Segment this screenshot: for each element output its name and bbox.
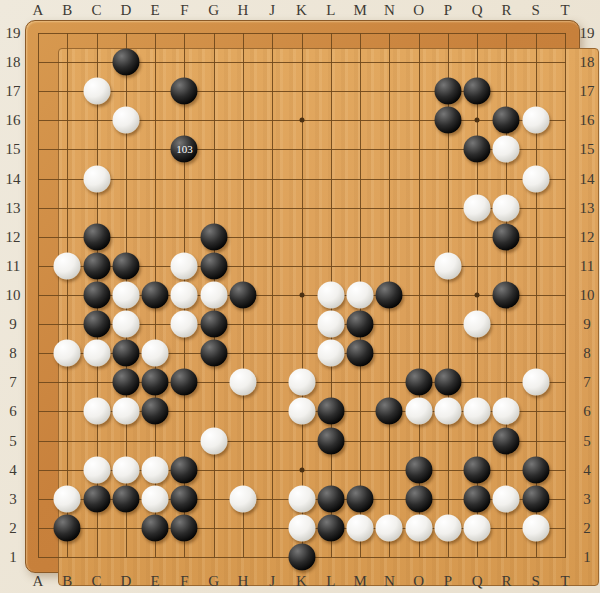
- white-stone-E8: [142, 340, 169, 367]
- white-stone-K3: [288, 485, 315, 512]
- column-label-top-J: J: [269, 2, 275, 19]
- board-layer: 103AABBCCDDEEFFGGHHJJKKLLMMNNOOPPQQRRSST…: [0, 0, 600, 593]
- black-stone-F17: [171, 78, 198, 105]
- white-stone-L8: [317, 340, 344, 367]
- column-label-top-K: K: [296, 2, 307, 19]
- white-stone-R6: [493, 398, 520, 425]
- black-stone-C3: [83, 485, 110, 512]
- black-stone-B2: [54, 514, 81, 541]
- row-label-left-1: 1: [9, 549, 17, 566]
- black-stone-R16: [493, 107, 520, 134]
- column-label-bottom-T: T: [560, 573, 569, 590]
- column-label-top-C: C: [92, 2, 102, 19]
- black-stone-G8: [200, 340, 227, 367]
- black-stone-R10: [493, 282, 520, 309]
- white-stone-L10: [317, 282, 344, 309]
- white-stone-D10: [112, 282, 139, 309]
- column-label-bottom-E: E: [151, 573, 160, 590]
- row-label-left-13: 13: [6, 199, 21, 216]
- white-stone-S7: [522, 369, 549, 396]
- column-label-top-F: F: [180, 2, 188, 19]
- black-stone-P17: [434, 78, 461, 105]
- column-label-top-N: N: [384, 2, 395, 19]
- white-stone-O2: [405, 514, 432, 541]
- column-label-top-T: T: [560, 2, 569, 19]
- white-stone-R3: [493, 485, 520, 512]
- black-stone-L3: [317, 485, 344, 512]
- black-stone-D11: [112, 252, 139, 279]
- row-label-left-6: 6: [9, 403, 17, 420]
- black-stone-Q15: [464, 136, 491, 163]
- row-label-right-4: 4: [583, 461, 591, 478]
- column-label-bottom-H: H: [238, 573, 249, 590]
- white-stone-K7: [288, 369, 315, 396]
- white-stone-R15: [493, 136, 520, 163]
- black-stone-N10: [376, 282, 403, 309]
- column-label-bottom-S: S: [532, 573, 540, 590]
- white-stone-F9: [171, 311, 198, 338]
- black-stone-O3: [405, 485, 432, 512]
- row-label-left-2: 2: [9, 519, 17, 536]
- black-stone-F2: [171, 514, 198, 541]
- column-label-top-B: B: [62, 2, 72, 19]
- column-label-top-A: A: [33, 2, 44, 19]
- black-stone-N6: [376, 398, 403, 425]
- white-stone-R13: [493, 194, 520, 221]
- row-label-right-19: 19: [580, 25, 595, 42]
- column-label-bottom-M: M: [353, 573, 366, 590]
- black-stone-E10: [142, 282, 169, 309]
- column-label-bottom-N: N: [384, 573, 395, 590]
- row-label-right-3: 3: [583, 490, 591, 507]
- column-label-bottom-F: F: [180, 573, 188, 590]
- row-label-right-16: 16: [580, 112, 595, 129]
- column-label-bottom-K: K: [296, 573, 307, 590]
- star-point: [299, 467, 304, 472]
- row-label-left-4: 4: [9, 461, 17, 478]
- column-label-bottom-J: J: [269, 573, 275, 590]
- column-label-top-G: G: [208, 2, 219, 19]
- row-label-right-15: 15: [580, 141, 595, 158]
- row-label-left-18: 18: [6, 54, 21, 71]
- star-point: [475, 118, 480, 123]
- black-stone-D3: [112, 485, 139, 512]
- white-stone-B11: [54, 252, 81, 279]
- white-stone-S16: [522, 107, 549, 134]
- row-label-right-17: 17: [580, 83, 595, 100]
- row-label-left-9: 9: [9, 316, 17, 333]
- column-label-bottom-A: A: [33, 573, 44, 590]
- black-stone-M9: [347, 311, 374, 338]
- row-label-right-6: 6: [583, 403, 591, 420]
- white-stone-C4: [83, 456, 110, 483]
- row-label-left-5: 5: [9, 432, 17, 449]
- row-label-right-1: 1: [583, 549, 591, 566]
- black-stone-D8: [112, 340, 139, 367]
- black-stone-M8: [347, 340, 374, 367]
- white-stone-D6: [112, 398, 139, 425]
- white-stone-M10: [347, 282, 374, 309]
- black-stone-G12: [200, 223, 227, 250]
- white-stone-O6: [405, 398, 432, 425]
- column-label-bottom-Q: Q: [472, 573, 483, 590]
- row-label-left-8: 8: [9, 345, 17, 362]
- row-label-right-2: 2: [583, 519, 591, 536]
- star-point: [299, 293, 304, 298]
- black-stone-G9: [200, 311, 227, 338]
- black-stone-F4: [171, 456, 198, 483]
- column-label-bottom-O: O: [413, 573, 424, 590]
- column-label-top-H: H: [238, 2, 249, 19]
- row-label-right-9: 9: [583, 316, 591, 333]
- white-stone-Q2: [464, 514, 491, 541]
- row-label-left-12: 12: [6, 228, 21, 245]
- column-label-top-Q: Q: [472, 2, 483, 19]
- white-stone-C8: [83, 340, 110, 367]
- black-stone-C12: [83, 223, 110, 250]
- row-label-right-14: 14: [580, 170, 595, 187]
- black-stone-R12: [493, 223, 520, 250]
- column-label-top-P: P: [444, 2, 452, 19]
- black-stone-E2: [142, 514, 169, 541]
- column-label-top-O: O: [413, 2, 424, 19]
- black-stone-Q17: [464, 78, 491, 105]
- black-stone-P7: [434, 369, 461, 396]
- white-stone-P11: [434, 252, 461, 279]
- column-label-top-E: E: [151, 2, 160, 19]
- row-label-left-11: 11: [6, 257, 20, 274]
- white-stone-H3: [229, 485, 256, 512]
- black-stone-F3: [171, 485, 198, 512]
- black-stone-O7: [405, 369, 432, 396]
- black-stone-K1: [288, 544, 315, 571]
- white-stone-P2: [434, 514, 461, 541]
- black-stone-E6: [142, 398, 169, 425]
- black-stone-D7: [112, 369, 139, 396]
- black-stone-G11: [200, 252, 227, 279]
- white-stone-P6: [434, 398, 461, 425]
- column-label-top-L: L: [326, 2, 335, 19]
- row-label-left-19: 19: [6, 25, 21, 42]
- white-stone-G5: [200, 427, 227, 454]
- black-stone-L2: [317, 514, 344, 541]
- row-label-left-17: 17: [6, 83, 21, 100]
- grid-line: [565, 33, 566, 557]
- column-label-bottom-L: L: [326, 573, 335, 590]
- row-label-left-3: 3: [9, 490, 17, 507]
- white-stone-D16: [112, 107, 139, 134]
- black-stone-M3: [347, 485, 374, 512]
- white-stone-C6: [83, 398, 110, 425]
- white-stone-D4: [112, 456, 139, 483]
- white-stone-S14: [522, 165, 549, 192]
- column-label-bottom-C: C: [92, 573, 102, 590]
- black-stone-C9: [83, 311, 110, 338]
- row-label-right-8: 8: [583, 345, 591, 362]
- row-label-left-14: 14: [6, 170, 21, 187]
- black-stone-L6: [317, 398, 344, 425]
- column-label-bottom-G: G: [208, 573, 219, 590]
- white-stone-B8: [54, 340, 81, 367]
- column-label-top-M: M: [353, 2, 366, 19]
- column-label-bottom-R: R: [501, 573, 511, 590]
- white-stone-E3: [142, 485, 169, 512]
- black-stone-E7: [142, 369, 169, 396]
- white-stone-G10: [200, 282, 227, 309]
- white-stone-Q9: [464, 311, 491, 338]
- black-stone-R5: [493, 427, 520, 454]
- column-label-top-D: D: [120, 2, 131, 19]
- white-stone-Q6: [464, 398, 491, 425]
- row-label-left-10: 10: [6, 287, 21, 304]
- white-stone-L9: [317, 311, 344, 338]
- white-stone-B3: [54, 485, 81, 512]
- star-point: [475, 293, 480, 298]
- white-stone-Q13: [464, 194, 491, 221]
- black-stone-H10: [229, 282, 256, 309]
- column-label-top-R: R: [501, 2, 511, 19]
- row-label-right-5: 5: [583, 432, 591, 449]
- last-move-stone-F15: 103: [171, 136, 198, 163]
- row-label-right-10: 10: [580, 287, 595, 304]
- black-stone-O4: [405, 456, 432, 483]
- white-stone-K2: [288, 514, 315, 541]
- row-label-right-18: 18: [580, 54, 595, 71]
- black-stone-S3: [522, 485, 549, 512]
- grid-line: [38, 441, 566, 442]
- white-stone-K6: [288, 398, 315, 425]
- row-label-right-12: 12: [580, 228, 595, 245]
- black-stone-D18: [112, 49, 139, 76]
- row-label-right-13: 13: [580, 199, 595, 216]
- go-diagram-page: { "game": "go", "board_size": 19, "colum…: [0, 0, 600, 593]
- column-label-top-S: S: [532, 2, 540, 19]
- white-stone-H7: [229, 369, 256, 396]
- row-label-right-11: 11: [580, 257, 594, 274]
- column-label-bottom-B: B: [62, 573, 72, 590]
- star-point: [299, 118, 304, 123]
- black-stone-C11: [83, 252, 110, 279]
- white-stone-M2: [347, 514, 374, 541]
- black-stone-C10: [83, 282, 110, 309]
- black-stone-P16: [434, 107, 461, 134]
- move-number-label: 103: [176, 144, 193, 155]
- black-stone-S4: [522, 456, 549, 483]
- black-stone-Q4: [464, 456, 491, 483]
- white-stone-N2: [376, 514, 403, 541]
- black-stone-F7: [171, 369, 198, 396]
- row-label-left-15: 15: [6, 141, 21, 158]
- white-stone-F10: [171, 282, 198, 309]
- row-label-right-7: 7: [583, 374, 591, 391]
- black-stone-L5: [317, 427, 344, 454]
- white-stone-E4: [142, 456, 169, 483]
- white-stone-S2: [522, 514, 549, 541]
- black-stone-Q3: [464, 485, 491, 512]
- row-label-left-7: 7: [9, 374, 17, 391]
- white-stone-F11: [171, 252, 198, 279]
- white-stone-D9: [112, 311, 139, 338]
- white-stone-C14: [83, 165, 110, 192]
- white-stone-C17: [83, 78, 110, 105]
- column-label-bottom-P: P: [444, 573, 452, 590]
- column-label-bottom-D: D: [120, 573, 131, 590]
- row-label-left-16: 16: [6, 112, 21, 129]
